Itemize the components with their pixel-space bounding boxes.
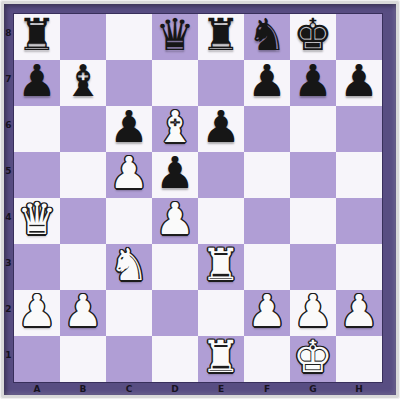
piece-white-rook[interactable]: ♜ [201,335,240,379]
rank-label-2: 2 [3,290,14,336]
board-frame: ♜♛♜♞♚♟♝♟♟♟♟♝♟♟♟♛♟♞♜♟♟♟♟♟♜♚ 87654321 ABCD… [0,0,400,399]
square-a2[interactable]: ♟ [14,290,60,336]
piece-black-rook[interactable]: ♜ [201,13,240,57]
square-a1[interactable] [14,336,60,382]
square-b4[interactable] [60,198,106,244]
file-label-a: A [14,383,60,395]
square-d5[interactable]: ♟ [152,152,198,198]
square-b3[interactable] [60,244,106,290]
piece-white-pawn[interactable]: ♟ [17,289,56,333]
file-label-g: G [290,383,336,395]
piece-white-bishop[interactable]: ♝ [155,105,194,149]
file-label-b: B [60,383,106,395]
piece-black-rook[interactable]: ♜ [17,13,56,57]
piece-black-knight[interactable]: ♞ [247,13,286,57]
square-e2[interactable] [198,290,244,336]
square-g2[interactable]: ♟ [290,290,336,336]
square-f4[interactable] [244,198,290,244]
square-g3[interactable] [290,244,336,290]
square-a4[interactable]: ♛ [14,198,60,244]
square-e4[interactable] [198,198,244,244]
square-b2[interactable]: ♟ [60,290,106,336]
square-h1[interactable] [336,336,382,382]
square-d1[interactable] [152,336,198,382]
piece-black-king[interactable]: ♚ [293,13,332,57]
square-e1[interactable]: ♜ [198,336,244,382]
square-d4[interactable]: ♟ [152,198,198,244]
piece-black-bishop[interactable]: ♝ [63,59,102,103]
square-h6[interactable] [336,106,382,152]
square-c5[interactable]: ♟ [106,152,152,198]
piece-white-pawn[interactable]: ♟ [155,197,194,241]
square-g6[interactable] [290,106,336,152]
square-d6[interactable]: ♝ [152,106,198,152]
square-e7[interactable] [198,60,244,106]
file-label-f: F [244,383,290,395]
square-e6[interactable]: ♟ [198,106,244,152]
rank-label-7: 7 [3,60,14,106]
square-d3[interactable] [152,244,198,290]
square-d8[interactable]: ♛ [152,14,198,60]
piece-white-knight[interactable]: ♞ [109,243,148,287]
rank-label-5: 5 [3,152,14,198]
square-f8[interactable]: ♞ [244,14,290,60]
square-g8[interactable]: ♚ [290,14,336,60]
square-a6[interactable] [14,106,60,152]
square-h5[interactable] [336,152,382,198]
square-d2[interactable] [152,290,198,336]
square-g7[interactable]: ♟ [290,60,336,106]
piece-black-pawn[interactable]: ♟ [339,59,378,103]
piece-white-pawn[interactable]: ♟ [63,289,102,333]
piece-black-pawn[interactable]: ♟ [109,105,148,149]
square-g4[interactable] [290,198,336,244]
square-e5[interactable] [198,152,244,198]
square-c3[interactable]: ♞ [106,244,152,290]
square-h7[interactable]: ♟ [336,60,382,106]
square-h2[interactable]: ♟ [336,290,382,336]
square-f7[interactable]: ♟ [244,60,290,106]
square-b7[interactable]: ♝ [60,60,106,106]
square-d7[interactable] [152,60,198,106]
square-f2[interactable]: ♟ [244,290,290,336]
square-b1[interactable] [60,336,106,382]
piece-black-pawn[interactable]: ♟ [293,59,332,103]
square-a7[interactable]: ♟ [14,60,60,106]
square-h3[interactable] [336,244,382,290]
square-f5[interactable] [244,152,290,198]
square-c2[interactable] [106,290,152,336]
rank-label-6: 6 [3,106,14,152]
piece-black-pawn[interactable]: ♟ [17,59,56,103]
square-b6[interactable] [60,106,106,152]
square-c1[interactable] [106,336,152,382]
piece-black-pawn[interactable]: ♟ [201,105,240,149]
square-f3[interactable] [244,244,290,290]
square-b5[interactable] [60,152,106,198]
file-label-d: D [152,383,198,395]
piece-white-pawn[interactable]: ♟ [293,289,332,333]
rank-label-8: 8 [3,14,14,60]
square-c7[interactable] [106,60,152,106]
square-c6[interactable]: ♟ [106,106,152,152]
square-a5[interactable] [14,152,60,198]
square-h4[interactable] [336,198,382,244]
rank-label-4: 4 [3,198,14,244]
piece-white-rook[interactable]: ♜ [201,243,240,287]
square-h8[interactable] [336,14,382,60]
square-g1[interactable]: ♚ [290,336,336,382]
chess-board: ♜♛♜♞♚♟♝♟♟♟♟♝♟♟♟♛♟♞♜♟♟♟♟♟♜♚ [14,14,382,382]
piece-black-queen[interactable]: ♛ [155,13,194,57]
file-label-c: C [106,383,152,395]
piece-black-pawn[interactable]: ♟ [247,59,286,103]
square-b8[interactable] [60,14,106,60]
piece-white-queen[interactable]: ♛ [17,197,56,241]
piece-black-pawn[interactable]: ♟ [155,151,194,195]
square-f1[interactable] [244,336,290,382]
square-c4[interactable] [106,198,152,244]
file-label-h: H [336,383,382,395]
square-f6[interactable] [244,106,290,152]
piece-white-king[interactable]: ♚ [293,335,332,379]
square-e3[interactable]: ♜ [198,244,244,290]
rank-label-1: 1 [3,336,14,382]
rank-label-3: 3 [3,244,14,290]
square-g5[interactable] [290,152,336,198]
square-c8[interactable] [106,14,152,60]
square-e8[interactable]: ♜ [198,14,244,60]
piece-white-pawn[interactable]: ♟ [109,151,148,195]
piece-white-pawn[interactable]: ♟ [339,289,378,333]
file-label-e: E [198,383,244,395]
square-a3[interactable] [14,244,60,290]
square-a8[interactable]: ♜ [14,14,60,60]
piece-white-pawn[interactable]: ♟ [247,289,286,333]
